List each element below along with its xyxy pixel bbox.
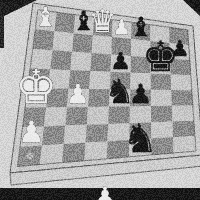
square-h4[interactable]	[171, 90, 193, 106]
piece-black-knight-f1[interactable]: ♞	[123, 116, 158, 161]
square-d6[interactable]	[90, 53, 111, 72]
square-c3[interactable]	[65, 107, 88, 126]
square-h1[interactable]	[173, 136, 196, 153]
square-a7[interactable]	[33, 29, 55, 50]
photo-scene: ❖ ♝♝♛♟♝♟♟♚♚♟♞♟♟♞ ♟	[0, 0, 200, 200]
square-g4[interactable]	[151, 90, 172, 106]
piece-white-pawn-a2[interactable]: ♟	[18, 115, 44, 149]
square-h3[interactable]	[172, 106, 194, 122]
piece-white-bishop-a8[interactable]: ♝	[33, 1, 57, 32]
board-emblem-layer: ❖	[25, 150, 35, 163]
piece-black-pawn-f4[interactable]: ♟	[129, 78, 153, 109]
piece-black-pawn-e6[interactable]: ♟	[110, 47, 131, 75]
square-c6[interactable]	[70, 52, 91, 71]
captured-pieces-layer: ♟	[94, 182, 116, 200]
captured-piece-offboard[interactable]: ♟	[94, 182, 116, 200]
square-c2[interactable]	[64, 125, 87, 144]
square-h2[interactable]	[173, 121, 195, 138]
square-c1[interactable]	[62, 143, 86, 163]
square-b7[interactable]	[52, 31, 73, 51]
chess-board-photo: ❖ ♝♝♛♟♝♟♟♚♚♟♞♟♟♞ ♟	[0, 0, 200, 200]
square-d2[interactable]	[86, 124, 109, 143]
board-maker-emblem: ❖	[25, 150, 35, 163]
square-b2[interactable]	[42, 126, 66, 146]
piece-black-king-g6[interactable]: ♚	[142, 33, 179, 81]
piece-white-pawn-c4[interactable]: ♟	[66, 78, 90, 109]
square-d1[interactable]	[84, 141, 107, 160]
piece-white-king-a4[interactable]: ♚	[15, 60, 57, 114]
